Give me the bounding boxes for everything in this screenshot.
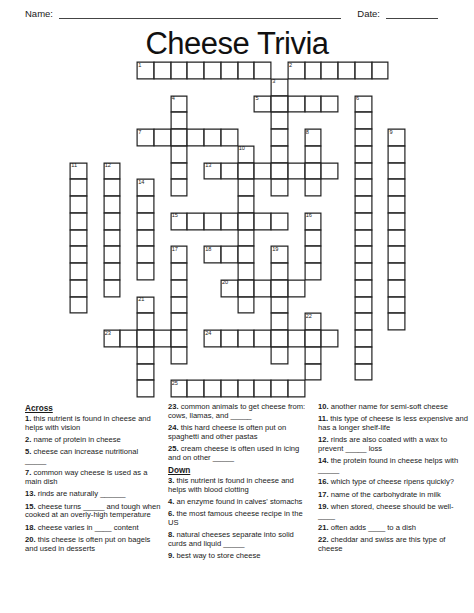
grid-void <box>372 246 389 263</box>
grid-cell[interactable]: 22 <box>305 313 322 330</box>
grid-cell[interactable] <box>104 263 121 280</box>
grid-cell[interactable]: 3 <box>271 79 288 96</box>
grid-cell[interactable] <box>104 280 121 297</box>
grid-cell[interactable] <box>388 163 405 180</box>
grid-cell[interactable] <box>171 297 188 314</box>
grid-void <box>104 96 121 113</box>
grid-cell[interactable] <box>154 129 171 146</box>
cell-number: 24 <box>205 331 211 337</box>
grid-void <box>271 364 288 381</box>
grid-cell[interactable] <box>355 347 372 364</box>
grid-cell[interactable] <box>137 330 154 347</box>
grid-void <box>104 347 121 364</box>
grid-cell[interactable] <box>187 62 204 79</box>
grid-void <box>338 196 355 213</box>
grid-cell[interactable] <box>238 330 255 347</box>
grid-cell[interactable] <box>171 163 188 180</box>
grid-cell[interactable] <box>388 246 405 263</box>
grid-void <box>137 163 154 180</box>
grid-void <box>120 62 137 79</box>
clue-7: 7. common way cheese is used as a main d… <box>25 469 161 486</box>
grid-cell[interactable] <box>305 364 322 381</box>
grid-cell[interactable] <box>355 246 372 263</box>
grid-cell[interactable] <box>238 179 255 196</box>
grid-cell[interactable]: 4 <box>171 96 188 113</box>
grid-cell[interactable] <box>171 129 188 146</box>
clue-9: 9. best way to store cheese <box>168 552 311 561</box>
grid-cell[interactable] <box>254 330 271 347</box>
grid-cell[interactable]: 5 <box>254 96 271 113</box>
grid-cell[interactable] <box>70 196 87 213</box>
clue-25: 25. cream cheese is often used in icing … <box>168 445 311 462</box>
grid-void <box>288 313 305 330</box>
grid-cell[interactable] <box>388 280 405 297</box>
grid-cell[interactable] <box>388 313 405 330</box>
grid-cell[interactable]: 19 <box>271 246 288 263</box>
clue-3: 3. this nutrient is found in cheese and … <box>168 477 311 494</box>
grid-void <box>372 380 389 397</box>
grid-cell[interactable] <box>321 330 338 347</box>
grid-void <box>254 112 271 129</box>
grid-cell[interactable] <box>187 380 204 397</box>
grid-void <box>321 280 338 297</box>
grid-cell[interactable] <box>388 297 405 314</box>
grid-cell[interactable] <box>288 330 305 347</box>
grid-cell[interactable] <box>70 246 87 263</box>
grid-cell[interactable] <box>238 380 255 397</box>
grid-cell[interactable] <box>171 112 188 129</box>
grid-cell[interactable] <box>271 213 288 230</box>
grid-cell[interactable] <box>355 364 372 381</box>
grid-cell[interactable] <box>271 129 288 146</box>
grid-void <box>187 112 204 129</box>
grid-cell[interactable]: 7 <box>137 129 154 146</box>
grid-void <box>254 263 271 280</box>
grid-void <box>305 112 322 129</box>
cell-number: 21 <box>138 297 144 303</box>
grid-cell[interactable]: 20 <box>221 280 238 297</box>
grid-void <box>388 364 405 381</box>
grid-cell[interactable] <box>238 246 255 263</box>
grid-void <box>288 347 305 364</box>
clue-10: 10. another name for semi-soft cheese <box>318 403 470 412</box>
grid-void <box>171 364 188 381</box>
grid-cell[interactable] <box>204 380 221 397</box>
grid-cell[interactable] <box>305 347 322 364</box>
grid-cell[interactable]: 16 <box>305 213 322 230</box>
grid-cell[interactable] <box>388 213 405 230</box>
grid-void <box>187 230 204 247</box>
clue-16: 16. which type of cheese ripens quickly? <box>318 478 470 487</box>
clue-number: 25. <box>168 444 181 453</box>
grid-cell[interactable] <box>271 347 288 364</box>
grid-cell[interactable] <box>305 146 322 163</box>
clue-number: 12. <box>318 435 331 444</box>
grid-cell[interactable] <box>254 280 271 297</box>
grid-cell[interactable] <box>221 380 238 397</box>
clue-number: 16. <box>318 477 331 486</box>
grid-void <box>187 313 204 330</box>
grid-cell[interactable] <box>355 112 372 129</box>
grid-void <box>321 79 338 96</box>
grid-cell[interactable] <box>70 230 87 247</box>
grid-cell[interactable] <box>238 297 255 314</box>
grid-void <box>338 129 355 146</box>
grid-void <box>70 62 87 79</box>
grid-void <box>120 297 137 314</box>
crossword-grid: 1234567891011121314151617181920212223242… <box>70 62 405 397</box>
cell-number: 18 <box>205 247 211 253</box>
grid-void <box>338 297 355 314</box>
grid-cell[interactable] <box>305 263 322 280</box>
grid-cell[interactable] <box>204 62 221 79</box>
grid-void <box>372 179 389 196</box>
grid-cell[interactable] <box>305 96 322 113</box>
grid-void <box>87 330 104 347</box>
grid-cell[interactable] <box>355 263 372 280</box>
grid-cell[interactable] <box>70 179 87 196</box>
grid-cell[interactable] <box>355 62 372 79</box>
grid-cell[interactable]: 1 <box>137 62 154 79</box>
grid-cell[interactable] <box>288 280 305 297</box>
grid-void <box>305 380 322 397</box>
grid-cell[interactable] <box>355 179 372 196</box>
grid-cell[interactable] <box>355 280 372 297</box>
grid-cell[interactable] <box>171 263 188 280</box>
grid-void <box>372 313 389 330</box>
grid-cell[interactable] <box>254 62 271 79</box>
grid-cell[interactable] <box>355 297 372 314</box>
cell-number: 17 <box>172 247 178 253</box>
grid-void <box>120 364 137 381</box>
grid-void <box>388 347 405 364</box>
grid-void <box>154 213 171 230</box>
grid-void <box>87 196 104 213</box>
grid-void <box>355 79 372 96</box>
grid-cell[interactable] <box>204 129 221 146</box>
grid-cell[interactable] <box>221 330 238 347</box>
grid-cell[interactable] <box>305 246 322 263</box>
grid-cell[interactable] <box>388 263 405 280</box>
grid-void <box>221 364 238 381</box>
grid-cell[interactable] <box>321 163 338 180</box>
grid-void <box>321 146 338 163</box>
grid-cell[interactable]: 14 <box>137 179 154 196</box>
grid-cell[interactable] <box>254 380 271 397</box>
grid-void <box>87 297 104 314</box>
grid-void <box>338 280 355 297</box>
grid-cell[interactable] <box>171 179 188 196</box>
grid-cell[interactable] <box>221 163 238 180</box>
grid-cell[interactable] <box>104 179 121 196</box>
grid-cell[interactable] <box>271 380 288 397</box>
grid-cell[interactable] <box>70 213 87 230</box>
grid-cell[interactable]: 12 <box>104 163 121 180</box>
clue-number: 5. <box>25 447 33 456</box>
grid-cell[interactable] <box>137 364 154 381</box>
cell-number: 7 <box>138 130 141 136</box>
grid-void <box>154 347 171 364</box>
grid-cell[interactable] <box>154 62 171 79</box>
clue-number: 17. <box>318 490 331 499</box>
grid-cell[interactable] <box>70 297 87 314</box>
grid-cell[interactable] <box>221 62 238 79</box>
grid-cell[interactable] <box>137 347 154 364</box>
clue-15: 15. cheese turns _____ and tough when co… <box>25 503 161 520</box>
grid-void <box>238 112 255 129</box>
grid-void <box>70 96 87 113</box>
grid-cell[interactable] <box>154 330 171 347</box>
grid-void <box>321 129 338 146</box>
grid-void <box>372 280 389 297</box>
grid-cell[interactable] <box>288 96 305 113</box>
grid-cell[interactable] <box>221 129 238 146</box>
grid-cell[interactable] <box>137 263 154 280</box>
grid-void <box>254 313 271 330</box>
grid-cell[interactable] <box>171 146 188 163</box>
cell-number: 10 <box>239 146 245 152</box>
grid-cell[interactable] <box>388 179 405 196</box>
grid-cell[interactable] <box>388 230 405 247</box>
cell-number: 1 <box>138 63 141 69</box>
clue-4: 4. an enzyme found in calves' stomachs <box>168 498 311 507</box>
grid-void <box>204 347 221 364</box>
grid-cell[interactable] <box>321 62 338 79</box>
grid-cell[interactable] <box>171 347 188 364</box>
grid-cell[interactable]: 13 <box>204 163 221 180</box>
grid-void <box>254 179 271 196</box>
grid-void <box>204 146 221 163</box>
cell-number: 11 <box>71 163 77 169</box>
cell-number: 16 <box>306 213 312 219</box>
grid-cell[interactable] <box>338 62 355 79</box>
grid-void <box>388 330 405 347</box>
grid-cell[interactable] <box>305 62 322 79</box>
grid-void <box>288 213 305 230</box>
grid-cell[interactable] <box>271 146 288 163</box>
grid-cell[interactable]: 9 <box>388 129 405 146</box>
name-field[interactable] <box>59 6 341 19</box>
grid-cell[interactable] <box>238 62 255 79</box>
grid-cell[interactable] <box>187 129 204 146</box>
grid-cell[interactable] <box>321 96 338 113</box>
grid-cell[interactable] <box>288 380 305 397</box>
grid-void <box>305 79 322 96</box>
grid-cell[interactable] <box>271 112 288 129</box>
grid-cell[interactable] <box>104 213 121 230</box>
grid-void <box>120 79 137 96</box>
clue-11: 11. this type of cheese is less expensiv… <box>318 415 470 432</box>
grid-void <box>154 146 171 163</box>
grid-void <box>70 112 87 129</box>
grid-cell[interactable]: 17 <box>171 246 188 263</box>
grid-cell[interactable] <box>70 280 87 297</box>
grid-void <box>305 196 322 213</box>
grid-cell[interactable] <box>254 163 271 180</box>
date-field[interactable] <box>386 6 438 19</box>
grid-void <box>171 79 188 96</box>
grid-void <box>221 297 238 314</box>
grid-void <box>388 79 405 96</box>
grid-cell[interactable]: 11 <box>70 163 87 180</box>
down-heading: Down <box>168 466 311 475</box>
grid-cell[interactable]: 18 <box>204 246 221 263</box>
grid-cell[interactable] <box>271 179 288 196</box>
grid-void <box>238 129 255 146</box>
grid-cell[interactable] <box>104 230 121 247</box>
grid-void <box>154 313 171 330</box>
grid-void <box>137 112 154 129</box>
grid-void <box>70 347 87 364</box>
grid-cell[interactable] <box>70 263 87 280</box>
grid-void <box>388 96 405 113</box>
grid-cell[interactable] <box>271 163 288 180</box>
grid-void <box>154 246 171 263</box>
grid-void <box>87 96 104 113</box>
grid-cell[interactable] <box>355 213 372 230</box>
grid-cell[interactable] <box>355 330 372 347</box>
grid-void <box>221 263 238 280</box>
grid-void <box>87 163 104 180</box>
grid-void <box>104 297 121 314</box>
grid-cell[interactable]: 6 <box>355 96 372 113</box>
grid-cell[interactable] <box>104 246 121 263</box>
clue-18: 18. cheese varies in ____ content <box>25 524 161 533</box>
grid-cell[interactable] <box>271 96 288 113</box>
grid-cell[interactable]: 21 <box>137 297 154 314</box>
grid-cell[interactable] <box>238 163 255 180</box>
grid-void <box>120 347 137 364</box>
grid-cell[interactable]: 24 <box>204 330 221 347</box>
clue-12: 12. rinds are also coated with a wax to … <box>318 436 470 453</box>
grid-cell[interactable]: 10 <box>238 146 255 163</box>
grid-cell[interactable]: 25 <box>171 380 188 397</box>
grid-void <box>104 313 121 330</box>
clue-number: 14. <box>318 456 331 465</box>
grid-void <box>120 163 137 180</box>
grid-cell[interactable] <box>355 129 372 146</box>
grid-cell[interactable]: 2 <box>288 62 305 79</box>
grid-cell[interactable] <box>187 213 204 230</box>
cell-number: 23 <box>105 331 111 337</box>
grid-void <box>238 347 255 364</box>
grid-void <box>87 347 104 364</box>
grid-void <box>104 62 121 79</box>
grid-void <box>154 163 171 180</box>
grid-cell[interactable] <box>238 230 255 247</box>
grid-cell[interactable] <box>305 330 322 347</box>
grid-cell[interactable] <box>355 313 372 330</box>
grid-void <box>70 129 87 146</box>
name-label: Name: <box>25 8 59 19</box>
grid-cell[interactable] <box>104 196 121 213</box>
grid-void <box>221 196 238 213</box>
grid-cell[interactable] <box>137 313 154 330</box>
grid-void <box>87 364 104 381</box>
cell-number: 22 <box>306 314 312 320</box>
grid-cell[interactable] <box>388 196 405 213</box>
grid-cell[interactable] <box>372 62 389 79</box>
grid-void <box>104 112 121 129</box>
grid-cell[interactable] <box>171 280 188 297</box>
header-bar: Name: Date: <box>0 0 474 19</box>
clue-13: 13. rinds are naturally ______ <box>25 490 161 499</box>
grid-cell[interactable] <box>137 230 154 247</box>
grid-cell[interactable] <box>204 213 221 230</box>
grid-cell[interactable] <box>171 313 188 330</box>
grid-cell[interactable] <box>288 163 305 180</box>
grid-cell[interactable] <box>388 146 405 163</box>
grid-void <box>221 313 238 330</box>
grid-void <box>104 380 121 397</box>
clue-number: 24. <box>168 423 181 432</box>
clue-number: 9. <box>168 551 176 560</box>
grid-cell[interactable] <box>137 213 154 230</box>
grid-cell[interactable] <box>305 179 322 196</box>
grid-cell[interactable] <box>355 196 372 213</box>
grid-cell[interactable] <box>137 246 154 263</box>
grid-cell[interactable] <box>238 196 255 213</box>
grid-void <box>204 79 221 96</box>
grid-void <box>137 280 154 297</box>
grid-cell[interactable] <box>271 263 288 280</box>
grid-cell[interactable]: 8 <box>305 129 322 146</box>
clue-number: 10. <box>318 402 331 411</box>
grid-cell[interactable] <box>305 163 322 180</box>
grid-void <box>87 146 104 163</box>
clue-1: 1. this nutrient is found in cheese and … <box>25 415 161 432</box>
grid-void <box>238 364 255 381</box>
grid-cell[interactable] <box>271 330 288 347</box>
grid-cell[interactable] <box>137 196 154 213</box>
grid-cell[interactable] <box>271 297 288 314</box>
grid-cell[interactable] <box>238 213 255 230</box>
grid-void <box>221 112 238 129</box>
grid-cell[interactable] <box>221 213 238 230</box>
grid-cell[interactable] <box>305 230 322 247</box>
grid-cell[interactable] <box>171 330 188 347</box>
grid-void <box>254 230 271 247</box>
cell-number: 8 <box>306 130 309 136</box>
grid-void <box>338 146 355 163</box>
grid-cell[interactable] <box>355 146 372 163</box>
grid-cell[interactable] <box>238 263 255 280</box>
grid-cell[interactable] <box>137 380 154 397</box>
grid-cell[interactable] <box>271 313 288 330</box>
cell-number: 12 <box>105 163 111 169</box>
grid-void <box>372 112 389 129</box>
grid-cell[interactable]: 15 <box>171 213 188 230</box>
grid-cell[interactable] <box>238 280 255 297</box>
grid-cell[interactable] <box>254 213 271 230</box>
clue-number: 19. <box>318 502 331 511</box>
grid-void <box>87 230 104 247</box>
grid-cell[interactable] <box>271 280 288 297</box>
grid-cell[interactable] <box>120 330 137 347</box>
grid-cell[interactable] <box>171 62 188 79</box>
grid-void <box>271 196 288 213</box>
grid-void <box>187 330 204 347</box>
clue-number: 2. <box>25 435 33 444</box>
grid-void <box>87 246 104 263</box>
grid-cell[interactable]: 23 <box>104 330 121 347</box>
grid-cell[interactable] <box>355 230 372 247</box>
grid-cell[interactable] <box>221 246 238 263</box>
clue-number: 23. <box>168 402 181 411</box>
clue-number: 20. <box>25 535 38 544</box>
grid-cell[interactable] <box>355 163 372 180</box>
grid-void <box>104 79 121 96</box>
